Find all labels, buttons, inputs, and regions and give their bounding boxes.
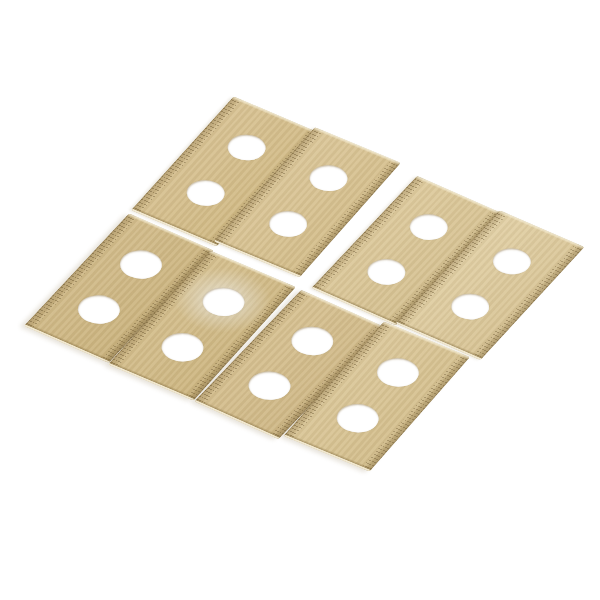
product-photo [0,0,600,600]
blade-grid [25,98,582,478]
